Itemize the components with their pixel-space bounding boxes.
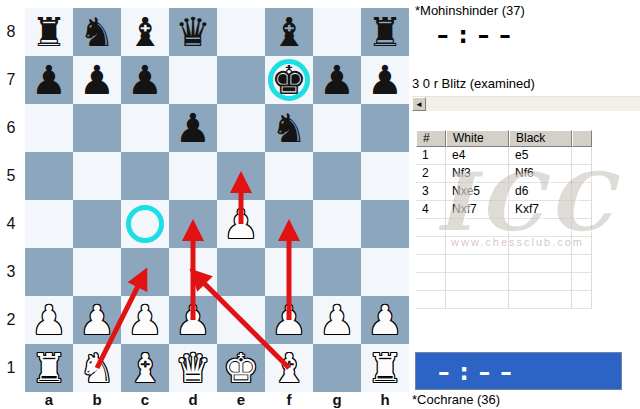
file-label-h: h [361,392,409,409]
move-number-cell: 3 [416,183,446,201]
white-move-cell[interactable]: Nxe5 [446,183,509,201]
piece-white-pawn-f2[interactable]: ♟ [265,296,313,344]
piece-black-pawn-g7[interactable]: ♟ [313,56,361,104]
header-white[interactable]: White [446,130,509,147]
move-number-cell [416,273,446,291]
move-table: # White Black 1e4e52Nf3Nf63Nxe5d64Nxf7Kx… [416,130,592,309]
square-d3[interactable] [169,248,217,296]
black-move-cell[interactable]: Nf6 [509,165,572,183]
piece-black-bishop-f8[interactable]: ♝ [265,8,313,56]
extra-cell [572,219,592,237]
square-c6[interactable] [121,104,169,152]
extra-cell [572,201,592,219]
file-label-a: a [25,392,73,409]
header-move-number[interactable]: # [416,130,446,147]
square-a3[interactable] [25,248,73,296]
move-number-cell [416,291,446,309]
square-a6[interactable] [25,104,73,152]
move-row-7 [416,255,592,273]
square-d5[interactable] [169,152,217,200]
move-list-scrollbar[interactable]: ◄ [412,96,640,111]
piece-white-pawn-g2[interactable]: ♟ [313,296,361,344]
piece-black-rook-h8[interactable]: ♜ [361,8,409,56]
rank-label-8: 8 [0,8,22,56]
move-row-1: 1e4e5 [416,147,592,165]
square-a5[interactable] [25,152,73,200]
highlight-circle-c4 [126,205,164,243]
move-number-cell [416,219,446,237]
file-label-g: g [313,392,361,409]
move-row-8 [416,273,592,291]
rank-label-7: 7 [0,56,22,104]
square-e8[interactable] [217,8,265,56]
top-player-clock: – : – – [437,22,512,48]
square-c5[interactable] [121,152,169,200]
move-row-4: 4Nxf7Kxf7 [416,201,592,219]
piece-black-pawn-d6[interactable]: ♟ [169,104,217,152]
header-black[interactable]: Black [509,130,572,147]
extra-cell [572,183,592,201]
black-move-cell[interactable]: d6 [509,183,572,201]
piece-white-pawn-d2[interactable]: ♟ [169,296,217,344]
square-b3[interactable] [73,248,121,296]
square-f5[interactable] [265,152,313,200]
rank-label-2: 2 [0,296,22,344]
square-g3[interactable] [313,248,361,296]
white-move-cell [446,291,509,309]
move-number-cell: 2 [416,165,446,183]
bottom-player-clock-box: – : – – [415,352,622,390]
rank-label-6: 6 [0,104,22,152]
square-g4[interactable] [313,200,361,248]
rank-label-1: 1 [0,344,22,392]
bottom-player-clock: – : – – [438,359,513,385]
square-c3[interactable] [121,248,169,296]
white-move-cell [446,219,509,237]
right-panel: *Mohinshinder (37) – : – – 3 0 r Blitz (… [411,0,640,409]
white-move-cell[interactable]: e4 [446,147,509,165]
square-h4[interactable] [361,200,409,248]
highlight-circle-f7 [268,59,310,101]
square-b5[interactable] [73,152,121,200]
file-label-d: d [169,392,217,409]
move-number-cell: 1 [416,147,446,165]
square-d7[interactable] [169,56,217,104]
square-g6[interactable] [313,104,361,152]
piece-white-king-e1[interactable]: ♚ [217,344,265,392]
extra-cell [572,165,592,183]
square-e6[interactable] [217,104,265,152]
square-b4[interactable] [73,200,121,248]
move-number-cell [416,237,446,255]
piece-white-pawn-b2[interactable]: ♟ [73,296,121,344]
file-label-f: f [265,392,313,409]
square-g8[interactable] [313,8,361,56]
piece-white-bishop-c1[interactable]: ♝ [121,344,169,392]
move-number-cell: 4 [416,201,446,219]
piece-white-pawn-c2[interactable]: ♟ [121,296,169,344]
rank-label-5: 5 [0,152,22,200]
black-move-cell [509,273,572,291]
move-number-cell [416,255,446,273]
bottom-player-name: *Cochrane (36) [412,392,500,407]
move-table-header: # White Black [416,130,592,147]
square-e5[interactable] [217,152,265,200]
file-label-b: b [73,392,121,409]
square-e3[interactable] [217,248,265,296]
piece-white-queen-d1[interactable]: ♛ [169,344,217,392]
piece-white-pawn-h2[interactable]: ♟ [361,296,409,344]
piece-white-pawn-e4[interactable]: ♟ [217,200,265,248]
white-move-cell [446,255,509,273]
board-area: 87654321 abcdefgh ♜♞♝♛♝♜♟♟♟♚♟♟♟♞♟♟♟♟♟♟♟♟… [0,0,411,409]
move-table-body: 1e4e52Nf3Nf63Nxe5d64Nxf7Kxf7 [416,147,592,309]
white-move-cell [446,237,509,255]
file-label-e: e [217,392,265,409]
header-extra [572,130,592,147]
piece-black-pawn-c7[interactable]: ♟ [121,56,169,104]
piece-black-knight-f6[interactable]: ♞ [265,104,313,152]
piece-white-rook-a1[interactable]: ♜ [25,344,73,392]
black-move-cell[interactable]: Kxf7 [509,201,572,219]
rank-label-4: 4 [0,200,22,248]
move-row-3: 3Nxe5d6 [416,183,592,201]
piece-black-bishop-c8[interactable]: ♝ [121,8,169,56]
extra-cell [572,273,592,291]
square-d4[interactable] [169,200,217,248]
game-info-label: 3 0 r Blitz (examined) [412,76,535,91]
square-g5[interactable] [313,152,361,200]
rank-label-3: 3 [0,248,22,296]
black-move-cell [509,255,572,273]
square-h6[interactable] [361,104,409,152]
black-move-cell[interactable]: e5 [509,147,572,165]
move-row-6 [416,237,592,255]
board[interactable]: ♜♞♝♛♝♜♟♟♟♚♟♟♟♞♟♟♟♟♟♟♟♟♜♞♝♛♚♝♜ [25,8,409,392]
move-row-5 [416,219,592,237]
black-move-cell [509,237,572,255]
top-player-name: *Mohinshinder (37) [415,3,525,18]
piece-black-pawn-h7[interactable]: ♟ [361,56,409,104]
extra-cell [572,255,592,273]
move-row-2: 2Nf3Nf6 [416,165,592,183]
piece-black-knight-b8[interactable]: ♞ [73,8,121,56]
square-f3[interactable] [265,248,313,296]
black-move-cell [509,219,572,237]
file-label-c: c [121,392,169,409]
square-h5[interactable] [361,152,409,200]
piece-black-pawn-b7[interactable]: ♟ [73,56,121,104]
square-g1[interactable] [313,344,361,392]
piece-black-pawn-a7[interactable]: ♟ [25,56,73,104]
white-move-cell[interactable]: Nf3 [446,165,509,183]
square-h3[interactable] [361,248,409,296]
piece-black-queen-d8[interactable]: ♛ [169,8,217,56]
piece-black-rook-a8[interactable]: ♜ [25,8,73,56]
square-f4[interactable] [265,200,313,248]
square-e2[interactable] [217,296,265,344]
move-row-9 [416,291,592,309]
extra-cell [572,291,592,309]
piece-white-rook-h1[interactable]: ♜ [361,344,409,392]
scroll-left-arrow-icon[interactable]: ◄ [412,97,426,111]
extra-cell [572,147,592,165]
piece-white-bishop-f1[interactable]: ♝ [265,344,313,392]
piece-white-pawn-a2[interactable]: ♟ [25,296,73,344]
white-move-cell [446,273,509,291]
black-move-cell [509,291,572,309]
piece-white-knight-b1[interactable]: ♞ [73,344,121,392]
square-a4[interactable] [25,200,73,248]
white-move-cell[interactable]: Nxf7 [446,201,509,219]
square-b6[interactable] [73,104,121,152]
extra-cell [572,237,592,255]
square-e7[interactable] [217,56,265,104]
